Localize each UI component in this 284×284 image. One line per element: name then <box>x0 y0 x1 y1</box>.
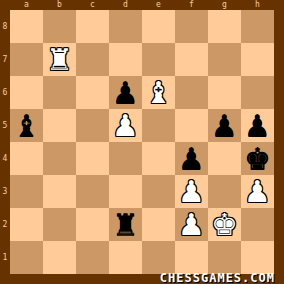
square-f2: ♟ <box>175 208 208 241</box>
square-a8 <box>10 10 43 43</box>
square-g3 <box>208 175 241 208</box>
square-d5: ♟ <box>109 109 142 142</box>
rank-label-7: 7 <box>0 43 10 76</box>
square-h1 <box>241 241 274 274</box>
square-b2 <box>43 208 76 241</box>
square-b1 <box>43 241 76 274</box>
square-a2 <box>10 208 43 241</box>
square-g1 <box>208 241 241 274</box>
piece-black-king: ♚ <box>241 142 274 175</box>
square-e4 <box>142 142 175 175</box>
square-d2: ♜ <box>109 208 142 241</box>
piece-white-rook: ♜ <box>43 43 76 76</box>
square-b8 <box>43 10 76 43</box>
piece-white-pawn: ♟ <box>175 208 208 241</box>
square-f8 <box>175 10 208 43</box>
piece-black-pawn: ♟ <box>241 109 274 142</box>
square-d6: ♟ <box>109 76 142 109</box>
square-g4 <box>208 142 241 175</box>
chess-board: ♜♟♝♝♟♟♟♟♚♟♟♜♟♚ <box>10 10 274 274</box>
square-c5 <box>76 109 109 142</box>
piece-white-pawn: ♟ <box>241 175 274 208</box>
piece-black-pawn: ♟ <box>208 109 241 142</box>
file-label-f: f <box>175 0 208 10</box>
square-h8 <box>241 10 274 43</box>
square-c4 <box>76 142 109 175</box>
square-d1 <box>109 241 142 274</box>
square-h6 <box>241 76 274 109</box>
square-c8 <box>76 10 109 43</box>
piece-black-pawn: ♟ <box>109 76 142 109</box>
rank-labels: 87654321 <box>0 10 10 274</box>
rank-label-5: 5 <box>0 109 10 142</box>
square-g8 <box>208 10 241 43</box>
square-b3 <box>43 175 76 208</box>
square-e1 <box>142 241 175 274</box>
square-d4 <box>109 142 142 175</box>
square-e2 <box>142 208 175 241</box>
rank-label-2: 2 <box>0 208 10 241</box>
square-a1 <box>10 241 43 274</box>
file-label-e: e <box>142 0 175 10</box>
piece-black-bishop: ♝ <box>10 109 43 142</box>
rank-label-8: 8 <box>0 10 10 43</box>
rank-label-3: 3 <box>0 175 10 208</box>
square-d8 <box>109 10 142 43</box>
square-b7: ♜ <box>43 43 76 76</box>
square-h7 <box>241 43 274 76</box>
square-c1 <box>76 241 109 274</box>
rank-label-1: 1 <box>0 241 10 274</box>
square-c2 <box>76 208 109 241</box>
square-e7 <box>142 43 175 76</box>
file-label-d: d <box>109 0 142 10</box>
square-g5: ♟ <box>208 109 241 142</box>
square-e3 <box>142 175 175 208</box>
square-f3: ♟ <box>175 175 208 208</box>
square-c3 <box>76 175 109 208</box>
piece-white-pawn: ♟ <box>175 175 208 208</box>
square-e6: ♝ <box>142 76 175 109</box>
square-c6 <box>76 76 109 109</box>
square-f5 <box>175 109 208 142</box>
piece-white-king: ♚ <box>208 208 241 241</box>
piece-white-pawn: ♟ <box>109 109 142 142</box>
square-g6 <box>208 76 241 109</box>
square-a7 <box>10 43 43 76</box>
square-b5 <box>43 109 76 142</box>
square-g2: ♚ <box>208 208 241 241</box>
square-e8 <box>142 10 175 43</box>
piece-white-bishop: ♝ <box>142 76 175 109</box>
chessgames-logo: CHESSGAMES.COM <box>160 273 275 284</box>
square-a5: ♝ <box>10 109 43 142</box>
file-label-c: c <box>76 0 109 10</box>
square-g7 <box>208 43 241 76</box>
square-f4: ♟ <box>175 142 208 175</box>
rank-label-6: 6 <box>0 76 10 109</box>
file-label-g: g <box>208 0 241 10</box>
square-h2 <box>241 208 274 241</box>
square-b6 <box>43 76 76 109</box>
square-e5 <box>142 109 175 142</box>
chess-diagram: abcdefgh 87654321 ♜♟♝♝♟♟♟♟♚♟♟♜♟♚ CHESSGA… <box>0 0 284 284</box>
square-f6 <box>175 76 208 109</box>
square-f1 <box>175 241 208 274</box>
square-a3 <box>10 175 43 208</box>
square-h3: ♟ <box>241 175 274 208</box>
piece-black-rook: ♜ <box>109 208 142 241</box>
rank-label-4: 4 <box>0 142 10 175</box>
square-a4 <box>10 142 43 175</box>
square-h4: ♚ <box>241 142 274 175</box>
square-f7 <box>175 43 208 76</box>
file-label-h: h <box>241 0 274 10</box>
square-d7 <box>109 43 142 76</box>
file-labels: abcdefgh <box>10 0 274 10</box>
square-h5: ♟ <box>241 109 274 142</box>
file-label-b: b <box>43 0 76 10</box>
square-a6 <box>10 76 43 109</box>
square-c7 <box>76 43 109 76</box>
piece-black-pawn: ♟ <box>175 142 208 175</box>
square-b4 <box>43 142 76 175</box>
file-label-a: a <box>10 0 43 10</box>
square-d3 <box>109 175 142 208</box>
